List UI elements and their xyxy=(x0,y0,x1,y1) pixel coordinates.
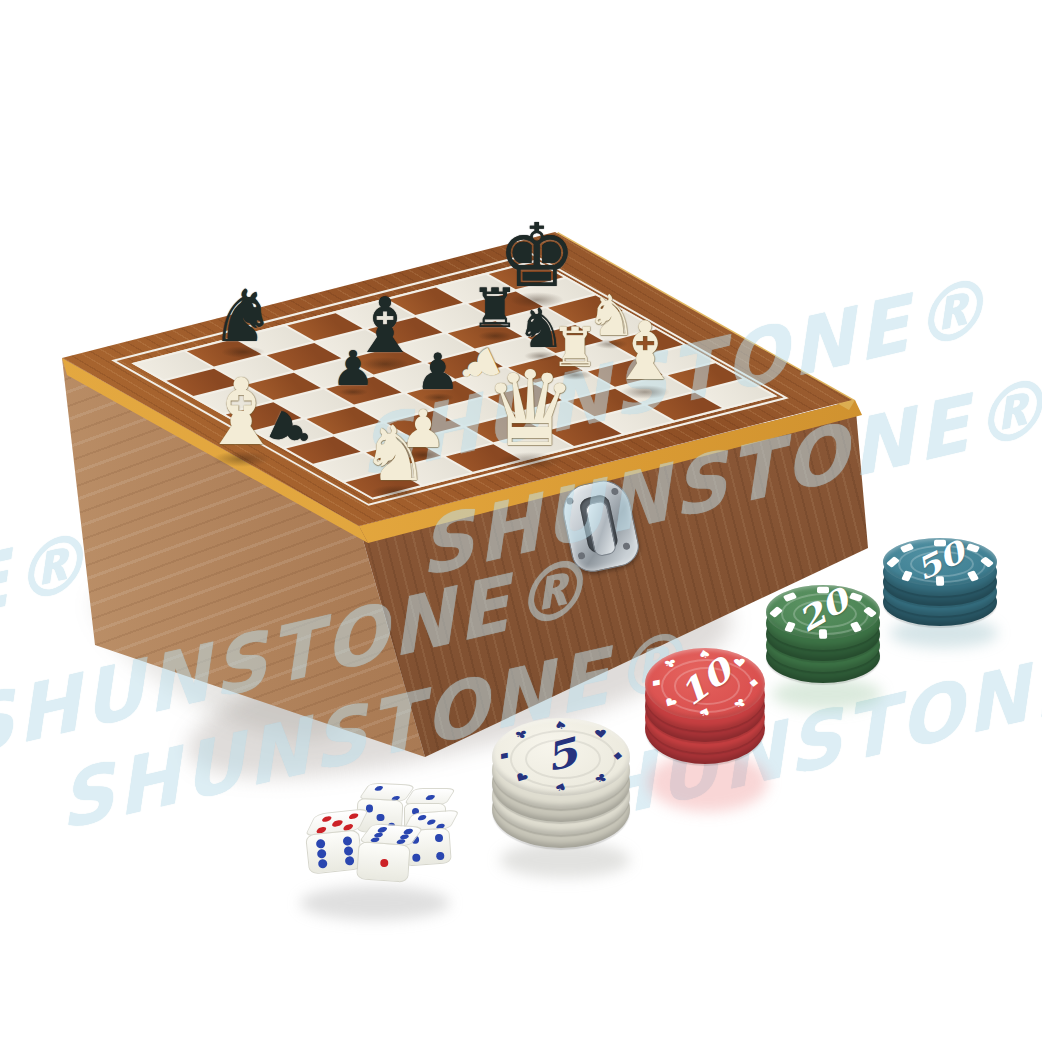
die-pip-blue xyxy=(435,834,444,843)
die-pip-red xyxy=(348,813,360,820)
die-pip-red xyxy=(321,815,333,822)
die-pip-red xyxy=(380,858,389,867)
product-photo-stage: SHUNSTONE®SHUNSTONE®SHUNSTONE®SHUNSTONE®… xyxy=(0,0,1042,1042)
die-front-face xyxy=(305,829,363,874)
die-pip-blue xyxy=(426,819,437,825)
die-front-face xyxy=(356,841,411,883)
die-pip-blue xyxy=(373,786,384,791)
die-pip-blue xyxy=(376,813,384,821)
die-4 xyxy=(303,809,363,874)
die-pip-blue xyxy=(344,846,354,856)
die-pip-blue xyxy=(318,859,328,869)
die-pip-blue xyxy=(342,836,352,846)
die-pip-blue xyxy=(317,849,327,859)
die-pip-blue xyxy=(412,853,421,862)
die-pip-blue xyxy=(345,856,355,866)
die-pip-blue xyxy=(316,839,326,849)
die-5 xyxy=(356,822,412,883)
die-pip-blue xyxy=(436,852,445,861)
dice-layer xyxy=(0,0,1042,1042)
die-pip-blue xyxy=(425,795,435,799)
die-pip-blue xyxy=(416,815,427,821)
die-pip-red xyxy=(332,820,344,827)
